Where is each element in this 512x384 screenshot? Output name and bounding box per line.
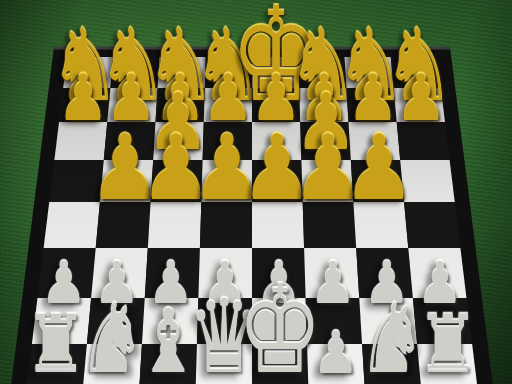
piece-gold-pawn-g5[interactable]: ♟ [342, 123, 415, 213]
piece-silver-pawn-f1[interactable]: ♟ [313, 324, 360, 382]
chess-3d-scene: ♞♞♞♞♚♞♞♞♟♟♟♟♟♟♟♟♟♟♟♟♟♟♟♟♟♟♟♟♟♟♟♟♜♞♝♛♚♟♞♜ [0, 0, 512, 384]
pieces-layer: ♞♞♞♞♚♞♞♞♟♟♟♟♟♟♟♟♟♟♟♟♟♟♟♟♟♟♟♟♟♟♟♟♜♞♝♛♚♟♞♜ [0, 0, 512, 384]
piece-silver-king-e1[interactable]: ♚ [237, 269, 322, 384]
piece-silver-rook-h1[interactable]: ♜ [416, 305, 481, 384]
